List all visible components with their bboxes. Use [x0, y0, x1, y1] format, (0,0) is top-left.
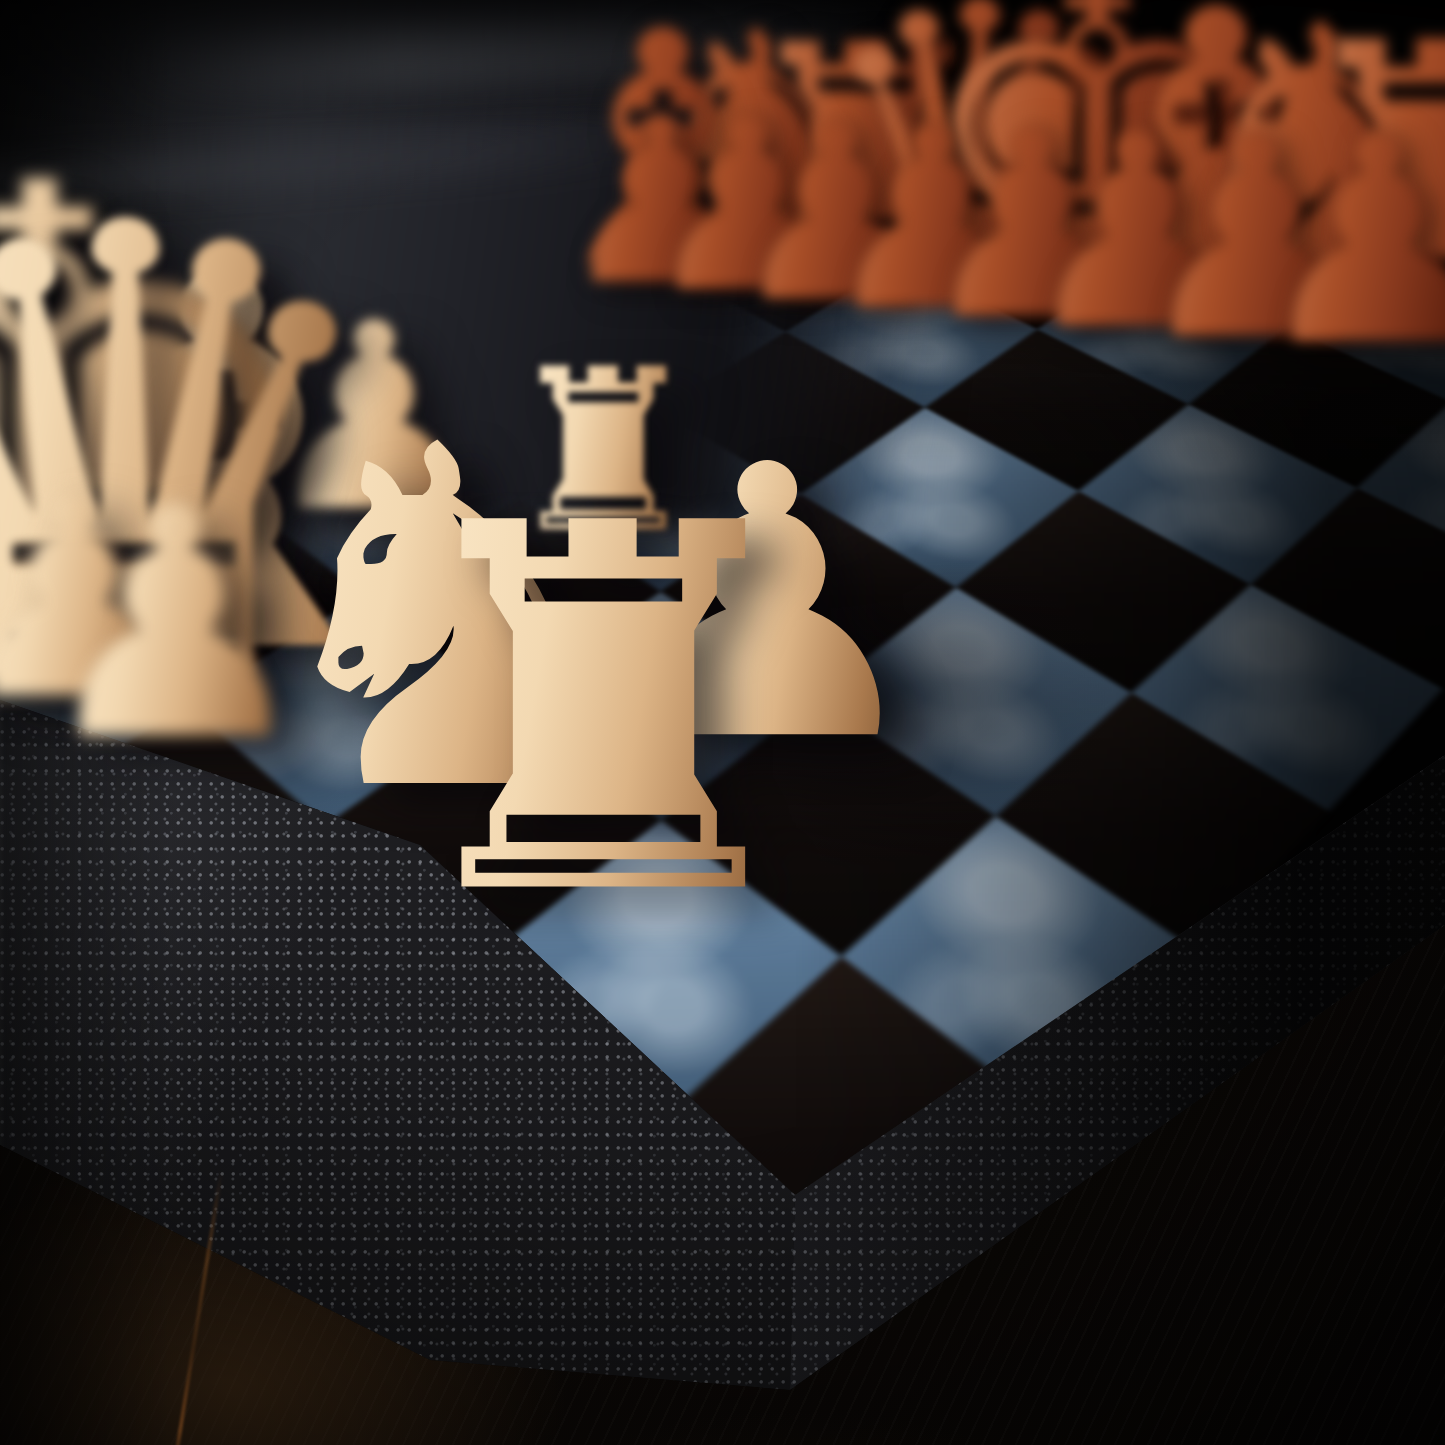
red-king: ♚ [912, 0, 1245, 300]
chess-set-photo: ♚♛♝♟♞♜♜♟♟♟♝♞♜♛♚♝♞♜♟♟♟♟♟♟♟♟ [0, 0, 1445, 1445]
red-bishop-b: ♝ [1043, 0, 1354, 305]
red-knight-b: ♞ [1160, 0, 1445, 320]
red-rook-b: ♜ [1274, 0, 1445, 330]
board-square [1003, 138, 1231, 259]
